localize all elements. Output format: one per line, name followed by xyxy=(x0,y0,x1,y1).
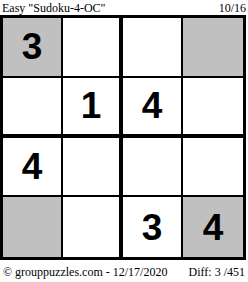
cell-r0c3[interactable] xyxy=(183,18,243,78)
cell-r2c1[interactable] xyxy=(63,138,123,198)
puzzle-counter: 10/16 xyxy=(219,2,246,14)
cell-r1c1[interactable]: 1 xyxy=(63,78,123,138)
cell-r3c0[interactable] xyxy=(3,197,63,257)
cell-r0c0[interactable]: 3 xyxy=(3,18,63,78)
cell-r0c1[interactable] xyxy=(63,18,123,78)
cell-r2c2[interactable] xyxy=(123,138,183,198)
puzzle-title: Easy "Sudoku-4-OC" xyxy=(2,2,105,14)
cell-r1c2[interactable]: 4 xyxy=(123,78,183,138)
sudoku-board: 314434 xyxy=(0,15,246,260)
cell-r3c2[interactable]: 3 xyxy=(123,197,183,257)
footer: © grouppuzzles.com - 12/17/2020 Diff: 3 … xyxy=(0,266,248,279)
copyright-text: © grouppuzzles.com - 12/17/2020 xyxy=(3,266,167,279)
header: Easy "Sudoku-4-OC" 10/16 xyxy=(0,0,248,15)
cell-r1c3[interactable] xyxy=(183,78,243,138)
cell-r2c3[interactable] xyxy=(183,138,243,198)
cell-r0c2[interactable] xyxy=(123,18,183,78)
cell-r1c0[interactable] xyxy=(3,78,63,138)
cell-r3c1[interactable] xyxy=(63,197,123,257)
cell-r2c0[interactable]: 4 xyxy=(3,138,63,198)
difficulty-text: Diff: 3 /451 xyxy=(189,266,245,279)
cell-r3c3[interactable]: 4 xyxy=(183,197,243,257)
